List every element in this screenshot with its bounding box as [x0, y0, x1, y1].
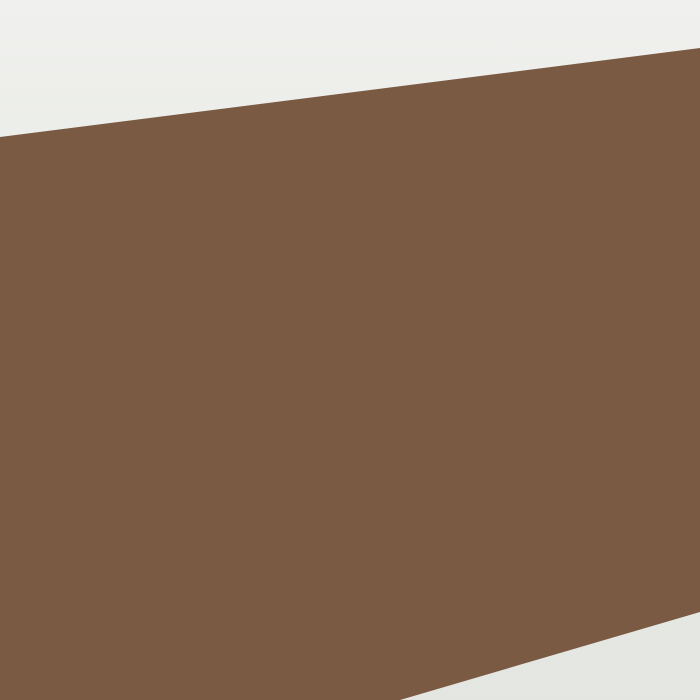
peg-board-photo: [0, 0, 700, 700]
